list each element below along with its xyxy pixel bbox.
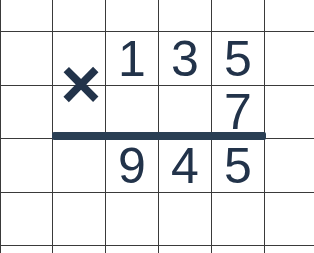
grid-cell: 4 xyxy=(159,139,212,193)
grid-cell xyxy=(53,246,106,253)
grid-cell xyxy=(265,86,314,139)
grid-cell: 5 xyxy=(212,32,265,86)
digit: 3 xyxy=(171,34,199,84)
grid-cell: 3 xyxy=(159,32,212,86)
grid-cell xyxy=(0,86,53,139)
grid-cell xyxy=(265,193,314,246)
grid-cell: 5 xyxy=(212,139,265,193)
multiplication-sign: × xyxy=(61,49,102,119)
grid-cell xyxy=(106,246,159,253)
grid-cell xyxy=(212,246,265,253)
digit: 5 xyxy=(224,141,252,191)
grid-cell xyxy=(0,193,53,246)
grid-cell xyxy=(0,32,53,86)
grid-cell xyxy=(106,0,159,32)
grid-cell xyxy=(212,193,265,246)
grid-cell xyxy=(265,139,314,193)
digit: 1 xyxy=(118,34,146,84)
paper-grid: 135×7945 xyxy=(0,0,314,253)
grid-cell xyxy=(0,246,53,253)
digit: 9 xyxy=(118,141,146,191)
grid-cell xyxy=(53,0,106,32)
squared-paper-board: 135×7945 xyxy=(0,0,314,253)
digit: 4 xyxy=(171,141,199,191)
grid-cell xyxy=(0,139,53,193)
grid-cell: 9 xyxy=(106,139,159,193)
grid-cell xyxy=(265,32,314,86)
grid-cell xyxy=(159,246,212,253)
grid-cell xyxy=(53,193,106,246)
grid-cell xyxy=(0,0,53,32)
grid-cell xyxy=(265,246,314,253)
grid-cell xyxy=(159,193,212,246)
grid-cell xyxy=(265,0,314,32)
grid-cell: 1 xyxy=(106,32,159,86)
grid-cell xyxy=(212,0,265,32)
digit: 5 xyxy=(224,34,252,84)
grid-cell xyxy=(159,0,212,32)
answer-line xyxy=(52,132,266,140)
grid-cell xyxy=(106,193,159,246)
digit: 7 xyxy=(224,87,252,137)
grid-cell xyxy=(53,139,106,193)
